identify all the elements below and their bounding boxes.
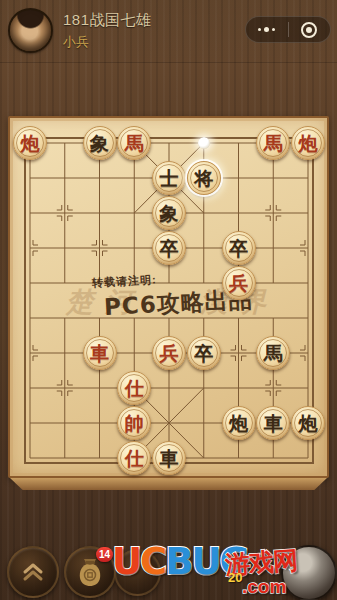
circle-dot-icon [301,22,317,38]
piece-red-仕[interactable]: 仕 [117,371,151,405]
piece-glyph: 士 [160,169,179,188]
piece-black-象[interactable]: 象 [152,196,186,230]
piece-red-帥[interactable]: 帥 [117,406,151,440]
board-bevel-edge [10,478,327,490]
piece-glyph: 炮 [21,134,40,153]
piece-glyph: 仕 [125,449,144,468]
piece-black-馬[interactable]: 馬 [256,336,290,370]
piece-red-炮[interactable]: 炮 [291,126,325,160]
piece-glyph: 車 [160,449,179,468]
piece-glyph: 炮 [299,414,318,433]
more-menu-button[interactable] [246,17,288,42]
piece-glyph: 象 [90,134,109,153]
logo-tld-text: .com [242,576,286,598]
miniprogram-capsule [245,16,331,43]
piece-glyph: 卒 [160,239,179,258]
piece-black-象[interactable]: 象 [83,126,117,160]
piece-red-仕[interactable]: 仕 [117,441,151,475]
piece-glyph: 馬 [264,134,283,153]
piece-red-兵[interactable]: 兵 [222,266,256,300]
money-bag-icon [76,557,104,587]
piece-glyph: 炮 [299,134,318,153]
piece-black-卒[interactable]: 卒 [222,231,256,265]
logo-year-text: 20 [228,570,242,585]
piece-red-馬[interactable]: 馬 [256,126,290,160]
xiangqi-board[interactable]: 楚河 漢界 转载请注明: PC6攻略出品 炮象馬馬炮士将象卒卒兵車兵卒馬仕帥炮車… [8,116,329,490]
piece-red-馬[interactable]: 馬 [117,126,151,160]
piece-black-卒[interactable]: 卒 [152,231,186,265]
piece-red-炮[interactable]: 炮 [13,126,47,160]
piece-black-車[interactable]: 車 [256,406,290,440]
piece-glyph: 将 [194,169,213,188]
logo-letter: G [219,540,247,583]
piece-glyph: 象 [160,204,179,223]
rank-label: 小兵 [63,33,89,51]
piece-black-卒[interactable]: 卒 [187,336,221,370]
piece-glyph: 馬 [125,134,144,153]
double-chevron-up-icon [21,561,45,583]
level-title: 181战国七雄 [63,11,152,30]
piece-glyph: 兵 [229,274,248,293]
piece-black-車[interactable]: 車 [152,441,186,475]
logo-letter: B [165,540,191,583]
top-bar: 181战国七雄 小兵 [0,0,337,62]
bag-badge-count: 14 [96,547,113,562]
piece-black-士[interactable]: 士 [152,161,186,195]
logo-letter: U [191,540,219,583]
more-dots-icon [258,27,275,32]
piece-red-兵[interactable]: 兵 [152,336,186,370]
close-button[interactable] [289,17,331,42]
piece-glyph: 卒 [229,239,248,258]
piece-glyph: 卒 [194,344,213,363]
expand-menu-button[interactable] [7,546,59,598]
piece-black-将[interactable]: 将 [187,161,221,195]
piece-black-炮[interactable]: 炮 [222,406,256,440]
piece-glyph: 仕 [125,379,144,398]
opponent-avatar[interactable] [281,545,337,600]
extra-menu-button[interactable] [114,549,161,596]
piece-glyph: 兵 [160,344,179,363]
player-avatar[interactable] [8,8,53,53]
piece-glyph: 帥 [125,414,144,433]
piece-glyph: 車 [264,414,283,433]
piece-glyph: 馬 [264,344,283,363]
last-move-origin-marker [198,137,210,149]
piece-glyph: 炮 [229,414,248,433]
piece-black-炮[interactable]: 炮 [291,406,325,440]
piece-glyph: 車 [90,344,109,363]
piece-red-車[interactable]: 車 [83,336,117,370]
